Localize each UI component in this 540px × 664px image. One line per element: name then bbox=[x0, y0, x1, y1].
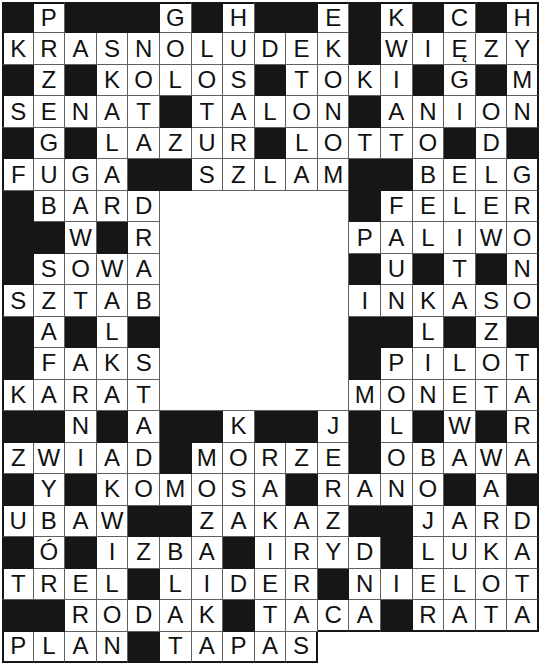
letter-cell-r18c10[interactable]: R bbox=[286, 537, 318, 568]
letter-cell-r9c5[interactable]: A bbox=[128, 254, 160, 285]
letter-cell-r9c3[interactable]: O bbox=[65, 254, 97, 285]
black-cell-r5c3 bbox=[65, 128, 97, 159]
letter-cell-r2c9[interactable]: D bbox=[255, 33, 287, 64]
letter-cell-r6c8[interactable]: Z bbox=[223, 159, 255, 190]
black-cell-r8c4 bbox=[97, 222, 129, 253]
black-cell-r18c1 bbox=[2, 537, 34, 568]
black-cell-r1c14 bbox=[413, 2, 445, 33]
letter-cell-r17c3[interactable]: A bbox=[65, 506, 97, 537]
letter-cell-r6c3[interactable]: G bbox=[65, 159, 97, 190]
letter-cell-r6c11[interactable]: M bbox=[318, 159, 350, 190]
black-cell-r11c3 bbox=[65, 317, 97, 348]
letter-cell-r15c9[interactable]: R bbox=[255, 443, 287, 474]
letter-cell-r8c12[interactable]: P bbox=[349, 222, 381, 253]
letter-cell-r2c13[interactable]: W bbox=[381, 33, 413, 64]
letter-cell-r8c5[interactable]: R bbox=[128, 222, 160, 253]
letter-cell-r16c16[interactable]: A bbox=[476, 474, 508, 505]
letter-cell-r10c16[interactable]: S bbox=[476, 285, 508, 316]
letter-cell-r14c15[interactable]: W bbox=[444, 411, 476, 442]
black-cell-r12c12 bbox=[349, 348, 381, 379]
letter-cell-r16c2[interactable]: Y bbox=[34, 474, 66, 505]
letter-cell-r8c13[interactable]: A bbox=[381, 222, 413, 253]
letter-cell-r18c4[interactable]: I bbox=[97, 537, 129, 568]
black-cell-r6c12 bbox=[349, 159, 381, 190]
letter-cell-r1c8[interactable]: H bbox=[223, 2, 255, 33]
letter-cell-r4c8[interactable]: A bbox=[223, 96, 255, 127]
letter-cell-r21c3[interactable]: A bbox=[65, 632, 97, 663]
black-cell-r1c9 bbox=[255, 2, 287, 33]
letter-cell-r5c6[interactable]: Z bbox=[160, 128, 192, 159]
letter-cell-r7c17[interactable]: R bbox=[507, 191, 539, 222]
letter-cell-r19c17[interactable]: T bbox=[507, 569, 539, 600]
letter-cell-r1c17[interactable]: H bbox=[507, 2, 539, 33]
letter-cell-r6c9[interactable]: L bbox=[255, 159, 287, 190]
letter-cell-r13c3[interactable]: R bbox=[65, 380, 97, 411]
letter-cell-r19c15[interactable]: L bbox=[444, 569, 476, 600]
letter-cell-r13c2[interactable]: A bbox=[34, 380, 66, 411]
letter-cell-r11c16[interactable]: Z bbox=[476, 317, 508, 348]
letter-cell-r6c7[interactable]: S bbox=[192, 159, 224, 190]
letter-cell-r8c16[interactable]: W bbox=[476, 222, 508, 253]
crossword-page: PGHEKCHKRASNOLUDEKWIĘZYZKOLOSTOKIGMSENAT… bbox=[0, 0, 540, 664]
letter-cell-r18c9[interactable]: I bbox=[255, 537, 287, 568]
black-cell-r21c5 bbox=[128, 632, 160, 663]
letter-cell-r4c10[interactable]: O bbox=[286, 96, 318, 127]
letter-cell-r7c4[interactable]: R bbox=[97, 191, 129, 222]
letter-cell-r16c9[interactable]: A bbox=[255, 474, 287, 505]
letter-cell-r20c17[interactable]: A bbox=[507, 600, 539, 631]
letter-cell-r2c7[interactable]: L bbox=[192, 33, 224, 64]
letter-cell-r4c1[interactable]: S bbox=[2, 96, 34, 127]
letter-cell-r9c4[interactable]: W bbox=[97, 254, 129, 285]
black-cell-r20c13 bbox=[381, 600, 413, 631]
letter-cell-r2c11[interactable]: K bbox=[318, 33, 350, 64]
letter-cell-r20c16[interactable]: T bbox=[476, 600, 508, 631]
letter-cell-r17c7[interactable]: Z bbox=[192, 506, 224, 537]
black-cell-r3c9 bbox=[255, 65, 287, 96]
letter-cell-r21c8[interactable]: P bbox=[223, 632, 255, 663]
letter-cell-r13c17[interactable]: A bbox=[507, 380, 539, 411]
letter-cell-r5c10[interactable]: L bbox=[286, 128, 318, 159]
letter-cell-r16c7[interactable]: O bbox=[192, 474, 224, 505]
letter-cell-r8c14[interactable]: L bbox=[413, 222, 445, 253]
letter-cell-r13c13[interactable]: O bbox=[381, 380, 413, 411]
letter-cell-r12c15[interactable]: L bbox=[444, 348, 476, 379]
letter-cell-r12c16[interactable]: O bbox=[476, 348, 508, 379]
letter-cell-r18c2[interactable]: Ó bbox=[34, 537, 66, 568]
black-cell-r14c4 bbox=[97, 411, 129, 442]
black-cell-r11c17 bbox=[507, 317, 539, 348]
black-cell-r6c13 bbox=[381, 159, 413, 190]
letter-cell-r13c15[interactable]: E bbox=[444, 380, 476, 411]
letter-cell-r19c12[interactable]: N bbox=[349, 569, 381, 600]
letter-cell-r4c3[interactable]: N bbox=[65, 96, 97, 127]
letter-cell-r8c17[interactable]: O bbox=[507, 222, 539, 253]
letter-cell-r20c6[interactable]: A bbox=[160, 600, 192, 631]
letter-cell-r19c13[interactable]: I bbox=[381, 569, 413, 600]
letter-cell-r6c4[interactable]: A bbox=[97, 159, 129, 190]
letter-cell-r17c2[interactable]: B bbox=[34, 506, 66, 537]
letter-cell-r9c2[interactable]: S bbox=[34, 254, 66, 285]
black-cell-r5c9 bbox=[255, 128, 287, 159]
letter-cell-r13c4[interactable]: A bbox=[97, 380, 129, 411]
letter-cell-r3c2[interactable]: Z bbox=[34, 65, 66, 96]
black-cell-r9c1 bbox=[2, 254, 34, 285]
letter-cell-r5c2[interactable]: G bbox=[34, 128, 66, 159]
letter-cell-r4c13[interactable]: A bbox=[381, 96, 413, 127]
letter-cell-r14c5[interactable]: A bbox=[128, 411, 160, 442]
letter-cell-r12c17[interactable]: T bbox=[507, 348, 539, 379]
letter-cell-r4c9[interactable]: L bbox=[255, 96, 287, 127]
letter-cell-r20c4[interactable]: O bbox=[97, 600, 129, 631]
letter-cell-r16c6[interactable]: M bbox=[160, 474, 192, 505]
letter-cell-r12c14[interactable]: I bbox=[413, 348, 445, 379]
letter-cell-r10c3[interactable]: T bbox=[65, 285, 97, 316]
letter-cell-r19c3[interactable]: E bbox=[65, 569, 97, 600]
black-cell-r7c12 bbox=[349, 191, 381, 222]
letter-cell-r21c10[interactable]: S bbox=[286, 632, 318, 663]
letter-cell-r18c14[interactable]: L bbox=[413, 537, 445, 568]
letter-cell-r7c14[interactable]: E bbox=[413, 191, 445, 222]
letter-cell-r2c6[interactable]: O bbox=[160, 33, 192, 64]
black-cell-r1c3 bbox=[65, 2, 97, 33]
letter-cell-r19c7[interactable]: I bbox=[192, 569, 224, 600]
black-cell-r17c13 bbox=[381, 506, 413, 537]
black-cell-r4c12 bbox=[349, 96, 381, 127]
letter-cell-r17c1[interactable]: U bbox=[2, 506, 34, 537]
letter-cell-r9c17[interactable]: N bbox=[507, 254, 539, 285]
black-cell-r14c12 bbox=[349, 411, 381, 442]
letter-cell-r4c17[interactable]: N bbox=[507, 96, 539, 127]
letter-cell-r7c13[interactable]: F bbox=[381, 191, 413, 222]
letter-cell-r2c4[interactable]: S bbox=[97, 33, 129, 64]
letter-cell-r17c9[interactable]: K bbox=[255, 506, 287, 537]
black-cell-r12c1 bbox=[2, 348, 34, 379]
letter-cell-r5c12[interactable]: T bbox=[349, 128, 381, 159]
letter-cell-r7c16[interactable]: E bbox=[476, 191, 508, 222]
black-cell-r14c9 bbox=[255, 411, 287, 442]
letter-cell-r7c15[interactable]: L bbox=[444, 191, 476, 222]
black-cell-r8c1 bbox=[2, 222, 34, 253]
letter-cell-r7c2[interactable]: B bbox=[34, 191, 66, 222]
letter-cell-r6c2[interactable]: U bbox=[34, 159, 66, 190]
letter-cell-r15c14[interactable]: B bbox=[413, 443, 445, 474]
letter-cell-r18c5[interactable]: Z bbox=[128, 537, 160, 568]
black-cell-r14c6 bbox=[160, 411, 192, 442]
letter-cell-r4c15[interactable]: I bbox=[444, 96, 476, 127]
letter-cell-r20c9[interactable]: T bbox=[255, 600, 287, 631]
black-cell-r8c2 bbox=[34, 222, 66, 253]
letter-cell-r16c11[interactable]: R bbox=[318, 474, 350, 505]
black-cell-r15c6 bbox=[160, 443, 192, 474]
black-cell-r17c6 bbox=[160, 506, 192, 537]
letter-cell-r8c3[interactable]: W bbox=[65, 222, 97, 253]
letter-cell-r20c12[interactable]: A bbox=[349, 600, 381, 631]
letter-cell-r1c6[interactable]: G bbox=[160, 2, 192, 33]
letter-cell-r5c11[interactable]: O bbox=[318, 128, 350, 159]
letter-cell-r3c13[interactable]: I bbox=[381, 65, 413, 96]
black-cell-r11c15 bbox=[444, 317, 476, 348]
letter-cell-r6c1[interactable]: F bbox=[2, 159, 34, 190]
letter-cell-r4c11[interactable]: N bbox=[318, 96, 350, 127]
letter-cell-r18c6[interactable]: B bbox=[160, 537, 192, 568]
letter-cell-r13c16[interactable]: T bbox=[476, 380, 508, 411]
letter-cell-r12c3[interactable]: A bbox=[65, 348, 97, 379]
letter-cell-r13c5[interactable]: T bbox=[128, 380, 160, 411]
black-cell-r1c16 bbox=[476, 2, 508, 33]
letter-cell-r2c16[interactable]: Z bbox=[476, 33, 508, 64]
letter-cell-r17c17[interactable]: D bbox=[507, 506, 539, 537]
letter-cell-r2c8[interactable]: U bbox=[223, 33, 255, 64]
letter-cell-r19c16[interactable]: O bbox=[476, 569, 508, 600]
letter-cell-r20c11[interactable]: C bbox=[318, 600, 350, 631]
letter-cell-r1c2[interactable]: P bbox=[34, 2, 66, 33]
letter-cell-r19c14[interactable]: E bbox=[413, 569, 445, 600]
black-cell-r5c1 bbox=[2, 128, 34, 159]
letter-cell-r1c13[interactable]: K bbox=[381, 2, 413, 33]
crossword-grid: PGHEKCHKRASNOLUDEKWIĘZYZKOLOSTOKIGMSENAT… bbox=[2, 2, 539, 663]
letter-cell-r4c5[interactable]: T bbox=[128, 96, 160, 127]
black-cell-r11c1 bbox=[2, 317, 34, 348]
letter-cell-r15c10[interactable]: Z bbox=[286, 443, 318, 474]
letter-cell-r20c14[interactable]: R bbox=[413, 600, 445, 631]
letter-cell-r17c8[interactable]: A bbox=[223, 506, 255, 537]
black-cell-r11c13 bbox=[381, 317, 413, 348]
letter-cell-r15c8[interactable]: O bbox=[223, 443, 255, 474]
letter-cell-r20c15[interactable]: A bbox=[444, 600, 476, 631]
letter-cell-r14c3[interactable]: N bbox=[65, 411, 97, 442]
letter-cell-r3c4[interactable]: K bbox=[97, 65, 129, 96]
letter-cell-r18c15[interactable]: U bbox=[444, 537, 476, 568]
letter-cell-r18c12[interactable]: D bbox=[349, 537, 381, 568]
letter-cell-r16c14[interactable]: O bbox=[413, 474, 445, 505]
black-cell-r1c7 bbox=[192, 2, 224, 33]
letter-cell-r5c14[interactable]: O bbox=[413, 128, 445, 159]
black-cell-r1c4 bbox=[97, 2, 129, 33]
black-cell-r19c5 bbox=[128, 569, 160, 600]
black-cell-r16c10 bbox=[286, 474, 318, 505]
black-cell-r9c14 bbox=[413, 254, 445, 285]
black-cell-r14c1 bbox=[2, 411, 34, 442]
black-cell-r18c8 bbox=[223, 537, 255, 568]
letter-cell-r15c1[interactable]: Z bbox=[2, 443, 34, 474]
letter-cell-r2c14[interactable]: I bbox=[413, 33, 445, 64]
letter-cell-r9c15[interactable]: T bbox=[444, 254, 476, 285]
letter-cell-r2c2[interactable]: R bbox=[34, 33, 66, 64]
letter-cell-r17c11[interactable]: Z bbox=[318, 506, 350, 537]
letter-cell-r5c5[interactable]: A bbox=[128, 128, 160, 159]
letter-cell-r21c6[interactable]: T bbox=[160, 632, 192, 663]
letter-cell-r13c1[interactable]: K bbox=[2, 380, 34, 411]
letter-cell-r6c17[interactable]: G bbox=[507, 159, 539, 190]
letter-cell-r4c14[interactable]: N bbox=[413, 96, 445, 127]
black-cell-r17c5 bbox=[128, 506, 160, 537]
letter-cell-r10c17[interactable]: O bbox=[507, 285, 539, 316]
letter-cell-r15c7[interactable]: M bbox=[192, 443, 224, 474]
letter-cell-r12c2[interactable]: F bbox=[34, 348, 66, 379]
letter-cell-r10c12[interactable]: I bbox=[349, 285, 381, 316]
letter-cell-r3c11[interactable]: O bbox=[318, 65, 350, 96]
letter-cell-r10c13[interactable]: N bbox=[381, 285, 413, 316]
letter-cell-r5c8[interactable]: R bbox=[223, 128, 255, 159]
black-cell-r9c16 bbox=[476, 254, 508, 285]
letter-cell-r2c15[interactable]: Ę bbox=[444, 33, 476, 64]
letter-cell-r17c10[interactable]: A bbox=[286, 506, 318, 537]
letter-cell-r19c2[interactable]: R bbox=[34, 569, 66, 600]
letter-cell-r14c8[interactable]: K bbox=[223, 411, 255, 442]
letter-cell-r5c4[interactable]: L bbox=[97, 128, 129, 159]
black-cell-r17c12 bbox=[349, 506, 381, 537]
black-cell-r20c1 bbox=[2, 600, 34, 631]
letter-cell-r21c7[interactable]: A bbox=[192, 632, 224, 663]
letter-cell-r18c7[interactable]: A bbox=[192, 537, 224, 568]
black-cell-r3c16 bbox=[476, 65, 508, 96]
black-cell-r19c11 bbox=[318, 569, 350, 600]
letter-cell-r14c13[interactable]: L bbox=[381, 411, 413, 442]
letter-cell-r15c2[interactable]: W bbox=[34, 443, 66, 474]
letter-cell-r9c13[interactable]: U bbox=[381, 254, 413, 285]
letter-cell-r16c4[interactable]: K bbox=[97, 474, 129, 505]
letter-cell-r7c3[interactable]: A bbox=[65, 191, 97, 222]
letter-cell-r17c14[interactable]: J bbox=[413, 506, 445, 537]
letter-cell-r2c1[interactable]: K bbox=[2, 33, 34, 64]
letter-cell-r16c12[interactable]: A bbox=[349, 474, 381, 505]
black-cell-r14c14 bbox=[413, 411, 445, 442]
black-cell-r18c3 bbox=[65, 537, 97, 568]
letter-cell-r15c15[interactable]: A bbox=[444, 443, 476, 474]
letter-cell-r15c11[interactable]: E bbox=[318, 443, 350, 474]
black-cell-r6c6 bbox=[160, 159, 192, 190]
letter-cell-r21c4[interactable]: N bbox=[97, 632, 129, 663]
black-cell-r14c10 bbox=[286, 411, 318, 442]
letter-cell-r2c5[interactable]: N bbox=[128, 33, 160, 64]
letter-cell-r15c13[interactable]: O bbox=[381, 443, 413, 474]
letter-cell-r11c4[interactable]: L bbox=[97, 317, 129, 348]
black-cell-r20c8 bbox=[223, 600, 255, 631]
letter-cell-r10c15[interactable]: A bbox=[444, 285, 476, 316]
letter-cell-r5c16[interactable]: D bbox=[476, 128, 508, 159]
black-cell-r14c2 bbox=[34, 411, 66, 442]
letter-cell-r21c2[interactable]: L bbox=[34, 632, 66, 663]
letter-cell-r14c17[interactable]: R bbox=[507, 411, 539, 442]
letter-cell-r10c1[interactable]: S bbox=[2, 285, 34, 316]
letter-cell-r19c8[interactable]: D bbox=[223, 569, 255, 600]
letter-cell-r16c5[interactable]: O bbox=[128, 474, 160, 505]
letter-cell-r19c1[interactable]: T bbox=[2, 569, 34, 600]
black-cell-r4c6 bbox=[160, 96, 192, 127]
letter-cell-r2c3[interactable]: A bbox=[65, 33, 97, 64]
black-cell-r16c15 bbox=[444, 474, 476, 505]
letter-cell-r5c7[interactable]: U bbox=[192, 128, 224, 159]
letter-cell-r4c16[interactable]: O bbox=[476, 96, 508, 127]
letter-cell-r10c4[interactable]: A bbox=[97, 285, 129, 316]
letter-cell-r3c8[interactable]: S bbox=[223, 65, 255, 96]
letter-cell-r17c15[interactable]: A bbox=[444, 506, 476, 537]
letter-cell-r10c5[interactable]: B bbox=[128, 285, 160, 316]
letter-cell-r15c4[interactable]: A bbox=[97, 443, 129, 474]
letter-cell-r10c14[interactable]: K bbox=[413, 285, 445, 316]
letter-cell-r6c14[interactable]: B bbox=[413, 159, 445, 190]
letter-cell-r2c10[interactable]: E bbox=[286, 33, 318, 64]
letter-cell-r3c17[interactable]: M bbox=[507, 65, 539, 96]
black-cell-r5c15 bbox=[444, 128, 476, 159]
letter-cell-r17c16[interactable]: R bbox=[476, 506, 508, 537]
black-cell-r16c3 bbox=[65, 474, 97, 505]
black-cell-r20c2 bbox=[34, 600, 66, 631]
letter-cell-r19c6[interactable]: L bbox=[160, 569, 192, 600]
letter-cell-r19c9[interactable]: E bbox=[255, 569, 287, 600]
letter-cell-r1c15[interactable]: C bbox=[444, 2, 476, 33]
black-cell-r1c12 bbox=[349, 2, 381, 33]
letter-cell-r11c14[interactable]: L bbox=[413, 317, 445, 348]
letter-cell-r8c15[interactable]: I bbox=[444, 222, 476, 253]
letter-cell-r17c4[interactable]: W bbox=[97, 506, 129, 537]
letter-cell-r15c16[interactable]: W bbox=[476, 443, 508, 474]
black-cell-r18c13 bbox=[381, 537, 413, 568]
letter-cell-r15c17[interactable]: A bbox=[507, 443, 539, 474]
letter-cell-r20c10[interactable]: A bbox=[286, 600, 318, 631]
letter-cell-r20c7[interactable]: K bbox=[192, 600, 224, 631]
letter-cell-r18c11[interactable]: Y bbox=[318, 537, 350, 568]
letter-cell-r13c12[interactable]: M bbox=[349, 380, 381, 411]
letter-cell-r13c14[interactable]: N bbox=[413, 380, 445, 411]
letter-cell-r3c12[interactable]: K bbox=[349, 65, 381, 96]
letter-cell-r3c10[interactable]: T bbox=[286, 65, 318, 96]
letter-cell-r2c17[interactable]: Y bbox=[507, 33, 539, 64]
letter-cell-r15c3[interactable]: I bbox=[65, 443, 97, 474]
letter-cell-r18c16[interactable]: K bbox=[476, 537, 508, 568]
letter-cell-r7c5[interactable]: D bbox=[128, 191, 160, 222]
letter-cell-r20c3[interactable]: R bbox=[65, 600, 97, 631]
letter-cell-r19c10[interactable]: R bbox=[286, 569, 318, 600]
letter-cell-r1c11[interactable]: E bbox=[318, 2, 350, 33]
letter-cell-r16c8[interactable]: S bbox=[223, 474, 255, 505]
letter-cell-r21c9[interactable]: A bbox=[255, 632, 287, 663]
letter-cell-r5c13[interactable]: T bbox=[381, 128, 413, 159]
letter-cell-r4c7[interactable]: T bbox=[192, 96, 224, 127]
letter-cell-r6c10[interactable]: A bbox=[286, 159, 318, 190]
black-cell-r11c5 bbox=[128, 317, 160, 348]
black-cell-r6c5 bbox=[128, 159, 160, 190]
letter-cell-r3c5[interactable]: O bbox=[128, 65, 160, 96]
letter-cell-r19c4[interactable]: L bbox=[97, 569, 129, 600]
black-cell-r1c10 bbox=[286, 2, 318, 33]
letter-cell-r16c13[interactable]: N bbox=[381, 474, 413, 505]
letter-cell-r10c2[interactable]: Z bbox=[34, 285, 66, 316]
letter-cell-r3c15[interactable]: G bbox=[444, 65, 476, 96]
black-cell-r14c16 bbox=[476, 411, 508, 442]
letter-cell-r4c4[interactable]: A bbox=[97, 96, 129, 127]
letter-cell-r21c1[interactable]: P bbox=[2, 632, 34, 663]
letter-cell-r15c5[interactable]: D bbox=[128, 443, 160, 474]
letter-cell-r14c11[interactable]: J bbox=[318, 411, 350, 442]
black-cell-r3c1 bbox=[2, 65, 34, 96]
letter-cell-r6c16[interactable]: L bbox=[476, 159, 508, 190]
letter-cell-r11c2[interactable]: A bbox=[34, 317, 66, 348]
letter-cell-r4c2[interactable]: E bbox=[34, 96, 66, 127]
letter-cell-r12c13[interactable]: P bbox=[381, 348, 413, 379]
letter-cell-r6c15[interactable]: E bbox=[444, 159, 476, 190]
letter-cell-r3c7[interactable]: O bbox=[192, 65, 224, 96]
letter-cell-r12c4[interactable]: K bbox=[97, 348, 129, 379]
black-cell-r11c12 bbox=[349, 317, 381, 348]
letter-cell-r3c6[interactable]: L bbox=[160, 65, 192, 96]
picture-area bbox=[160, 191, 350, 411]
letter-cell-r18c17[interactable]: A bbox=[507, 537, 539, 568]
black-cell-r3c3 bbox=[65, 65, 97, 96]
letter-cell-r20c5[interactable]: D bbox=[128, 600, 160, 631]
letter-cell-r12c5[interactable]: S bbox=[128, 348, 160, 379]
